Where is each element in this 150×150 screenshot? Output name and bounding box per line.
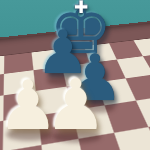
white-pawn-2-piece[interactable]: ♟	[45, 70, 108, 140]
king-cross-icon: ✚	[74, 0, 88, 16]
chess-scene: ♚ ✚ ♟ ♟ ♟ ♟	[0, 0, 150, 150]
